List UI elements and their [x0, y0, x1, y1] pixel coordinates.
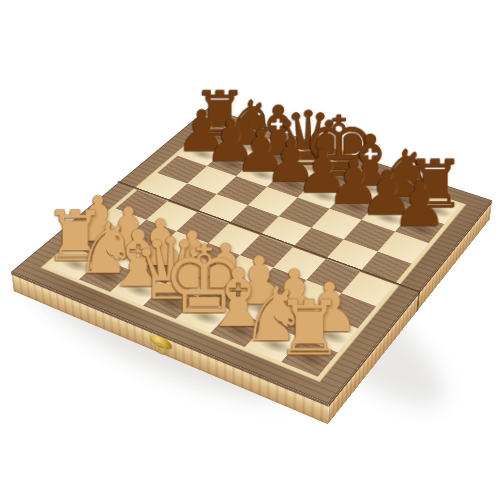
piece-glyph: ♜: [275, 301, 343, 357]
product-photo-scene: ♜♞♝♛♚♝♞♜♟♟♟♟♟♟♟♟♟♟♟♟♟♟♟♟♜♞♝♛♚♝♞♜: [0, 0, 500, 500]
piece-glyph: ♟: [392, 182, 447, 228]
